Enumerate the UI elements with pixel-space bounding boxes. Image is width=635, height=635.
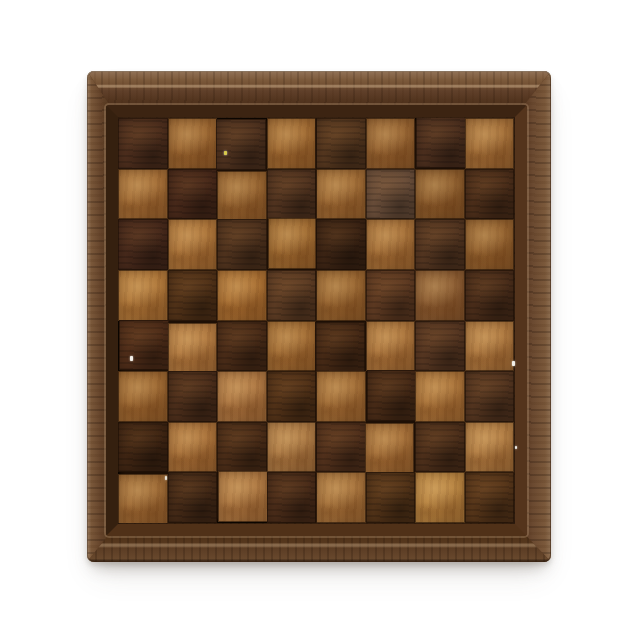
square-c5[interactable] — [217, 270, 267, 321]
frame-left-rail — [87, 71, 118, 562]
square-d7[interactable] — [267, 169, 317, 220]
square-g1[interactable] — [415, 472, 465, 523]
square-a7[interactable] — [118, 169, 168, 220]
square-a3[interactable] — [118, 371, 168, 422]
square-h6[interactable] — [465, 219, 515, 270]
square-h4[interactable] — [465, 321, 515, 372]
square-h2[interactable] — [465, 422, 515, 473]
square-h3[interactable] — [465, 371, 515, 422]
frame-top-rail — [87, 71, 551, 118]
square-e4[interactable] — [315, 322, 365, 373]
square-b2[interactable] — [168, 422, 218, 473]
square-g6[interactable] — [415, 219, 465, 270]
square-e2[interactable] — [316, 422, 366, 473]
square-f6[interactable] — [366, 219, 416, 270]
square-d3[interactable] — [267, 371, 317, 422]
board-grid — [118, 118, 514, 523]
square-h7[interactable] — [465, 169, 515, 220]
square-h8[interactable] — [465, 118, 515, 169]
square-g8[interactable] — [416, 118, 466, 168]
gap-speck — [165, 476, 167, 480]
square-e5[interactable] — [316, 270, 366, 321]
board-frame — [87, 71, 551, 562]
gap-speck — [515, 446, 517, 449]
square-g3[interactable] — [415, 371, 465, 422]
square-e6[interactable] — [316, 219, 366, 270]
square-b1[interactable] — [168, 472, 218, 523]
photo-backdrop — [0, 0, 635, 635]
square-e1[interactable] — [316, 472, 366, 523]
square-d2[interactable] — [267, 422, 317, 473]
square-e8[interactable] — [316, 118, 366, 169]
square-c1[interactable] — [218, 471, 268, 522]
square-b8[interactable] — [168, 118, 218, 169]
square-a8[interactable] — [118, 118, 168, 169]
gap-speck — [224, 151, 227, 155]
square-a2[interactable] — [118, 422, 168, 473]
square-c6[interactable] — [217, 219, 267, 270]
square-f2[interactable] — [365, 423, 415, 474]
square-h1[interactable] — [465, 472, 515, 523]
square-d5[interactable] — [267, 270, 317, 321]
square-d8[interactable] — [267, 118, 317, 169]
square-f1[interactable] — [366, 472, 416, 523]
square-b4[interactable] — [168, 323, 218, 374]
gap-speck — [512, 361, 515, 366]
square-d6[interactable] — [268, 218, 318, 269]
square-b5[interactable] — [168, 270, 218, 321]
square-f5[interactable] — [366, 270, 416, 321]
square-a4[interactable] — [119, 320, 169, 371]
square-b7[interactable] — [168, 169, 218, 220]
square-g2[interactable] — [415, 422, 465, 473]
square-h5[interactable] — [465, 270, 515, 321]
square-c4[interactable] — [217, 321, 267, 372]
square-c7[interactable] — [217, 171, 267, 222]
gap-speck — [130, 356, 133, 361]
square-c8[interactable] — [216, 119, 266, 170]
square-f8[interactable] — [366, 118, 416, 169]
square-d4[interactable] — [267, 321, 317, 372]
square-e7[interactable] — [316, 169, 366, 220]
square-f4[interactable] — [366, 321, 416, 372]
square-c2[interactable] — [217, 422, 267, 473]
square-c3[interactable] — [217, 371, 267, 422]
square-e3[interactable] — [316, 371, 366, 422]
square-g4[interactable] — [415, 321, 465, 372]
square-f3[interactable] — [367, 370, 417, 421]
square-a1[interactable] — [118, 474, 168, 523]
square-a6[interactable] — [118, 219, 168, 270]
square-g5[interactable] — [415, 270, 465, 321]
square-d1[interactable] — [267, 472, 317, 523]
square-b6[interactable] — [168, 219, 218, 270]
square-b3[interactable] — [168, 371, 218, 422]
frame-bottom-rail — [87, 523, 551, 562]
square-a5[interactable] — [118, 270, 168, 321]
square-g7[interactable] — [415, 169, 465, 220]
frame-right-rail — [514, 71, 551, 562]
square-f7[interactable] — [366, 169, 416, 220]
